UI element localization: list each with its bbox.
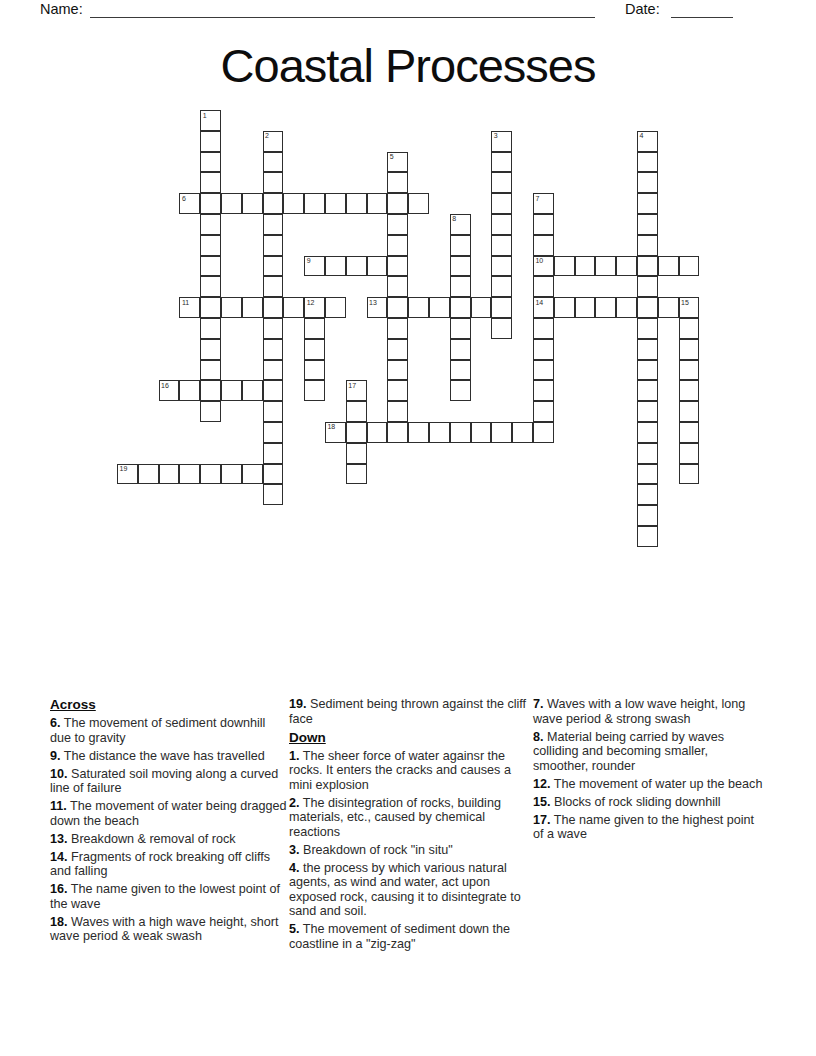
cell-r9c15[interactable] bbox=[429, 297, 450, 318]
cell-r4c7[interactable] bbox=[263, 193, 284, 214]
clue-11-across: 11. The movement of water being dragged … bbox=[50, 799, 288, 828]
cell-r13c5[interactable] bbox=[221, 380, 242, 401]
cell-number-9: 9 bbox=[307, 257, 311, 264]
cell-number-10: 10 bbox=[535, 257, 543, 264]
cell-number-1: 1 bbox=[203, 112, 207, 119]
cell-r12c9[interactable] bbox=[304, 360, 325, 381]
clue-number: 16. bbox=[50, 882, 68, 896]
clue-number: 8. bbox=[533, 730, 544, 744]
cell-r9c12[interactable]: 13 bbox=[367, 297, 388, 318]
cell-r9c5[interactable] bbox=[221, 297, 242, 318]
cell-r15c14[interactable] bbox=[408, 422, 429, 443]
puzzle-title: Coastal Processes bbox=[0, 38, 816, 93]
worksheet-page: Name: Date: Coastal Processes 1234567891… bbox=[0, 0, 816, 1056]
cell-r2c4[interactable] bbox=[200, 152, 221, 173]
cell-r8c4[interactable] bbox=[200, 276, 221, 297]
cell-number-14: 14 bbox=[535, 299, 543, 306]
cell-r7c9[interactable]: 9 bbox=[304, 256, 325, 277]
clue-16-across: 16. The name given to the lowest point o… bbox=[50, 882, 288, 911]
cell-number-12: 12 bbox=[307, 299, 315, 306]
cell-r18c25[interactable] bbox=[637, 484, 658, 505]
cell-number-18: 18 bbox=[327, 423, 335, 430]
name-label: Name: bbox=[40, 1, 83, 17]
cell-r0c4[interactable]: 1 bbox=[200, 110, 221, 131]
clue-number: 15. bbox=[533, 795, 551, 809]
cell-r15c15[interactable] bbox=[429, 422, 450, 443]
cell-r17c6[interactable] bbox=[242, 464, 263, 485]
clue-2-down: 2. The disintegration of rocks, building… bbox=[289, 796, 527, 840]
cell-r2c13[interactable]: 5 bbox=[387, 152, 408, 173]
clue-number: 14. bbox=[50, 850, 68, 864]
cell-number-16: 16 bbox=[161, 382, 169, 389]
cell-r20c25[interactable] bbox=[637, 526, 658, 547]
cell-r4c8[interactable] bbox=[283, 193, 304, 214]
cell-r9c8[interactable] bbox=[283, 297, 304, 318]
cell-number-6: 6 bbox=[182, 195, 186, 202]
cell-r10c16[interactable] bbox=[450, 318, 471, 339]
cell-number-17: 17 bbox=[348, 382, 356, 389]
cell-r14c7[interactable] bbox=[263, 401, 284, 422]
cell-r7c4[interactable] bbox=[200, 256, 221, 277]
cell-r12c4[interactable] bbox=[200, 360, 221, 381]
cell-r4c10[interactable] bbox=[325, 193, 346, 214]
cell-r7c22[interactable] bbox=[575, 256, 596, 277]
cell-r7c27[interactable] bbox=[679, 256, 700, 277]
cell-r4c5[interactable] bbox=[221, 193, 242, 214]
cell-r15c10[interactable]: 18 bbox=[325, 422, 346, 443]
clue-column-3: 7. Waves with a low wave height, long wa… bbox=[533, 697, 765, 845]
clue-number: 2. bbox=[289, 796, 300, 810]
cell-number-15: 15 bbox=[681, 299, 689, 306]
cell-r10c9[interactable] bbox=[304, 318, 325, 339]
clue-number: 19. bbox=[289, 697, 307, 711]
clue-number: 7. bbox=[533, 697, 544, 711]
clue-17-down: 17. The name given to the highest point … bbox=[533, 813, 765, 842]
cell-r4c18[interactable] bbox=[491, 193, 512, 214]
cell-r1c4[interactable] bbox=[200, 131, 221, 152]
cell-r12c25[interactable] bbox=[637, 360, 658, 381]
cell-r13c25[interactable] bbox=[637, 380, 658, 401]
cell-r10c20[interactable] bbox=[533, 318, 554, 339]
cell-r3c13[interactable] bbox=[387, 172, 408, 193]
cell-r4c13[interactable] bbox=[387, 193, 408, 214]
cell-r3c7[interactable] bbox=[263, 172, 284, 193]
cell-r2c7[interactable] bbox=[263, 152, 284, 173]
cell-r9c7[interactable] bbox=[263, 297, 284, 318]
clue-6-across: 6. The movement of sediment downhill due… bbox=[50, 716, 288, 745]
cell-r2c25[interactable] bbox=[637, 152, 658, 173]
clue-13-across: 13. Breakdown & removal of rock bbox=[50, 832, 288, 847]
cell-r9c3[interactable]: 11 bbox=[179, 297, 200, 318]
cell-r9c25[interactable] bbox=[637, 297, 658, 318]
cell-r11c9[interactable] bbox=[304, 339, 325, 360]
clue-4-down: 4. the process by which various natural … bbox=[289, 861, 527, 919]
cell-r7c7[interactable] bbox=[263, 256, 284, 277]
clue-number: 13. bbox=[50, 832, 68, 846]
cell-r15c17[interactable] bbox=[471, 422, 492, 443]
cell-r9c26[interactable] bbox=[658, 297, 679, 318]
clue-19-across: 19. Sediment being thrown against the cl… bbox=[289, 697, 527, 726]
cell-r5c16[interactable]: 8 bbox=[450, 214, 471, 235]
cell-r17c25[interactable] bbox=[637, 464, 658, 485]
cell-r8c25[interactable] bbox=[637, 276, 658, 297]
cell-r12c20[interactable] bbox=[533, 360, 554, 381]
cell-r14c20[interactable] bbox=[533, 401, 554, 422]
clue-1-down: 1. The sheer force of water againsr the … bbox=[289, 749, 527, 793]
cell-r8c13[interactable] bbox=[387, 276, 408, 297]
date-writein-line[interactable] bbox=[671, 0, 733, 18]
clue-number: 4. bbox=[289, 861, 300, 875]
clue-number: 18. bbox=[50, 915, 68, 929]
cell-r11c20[interactable] bbox=[533, 339, 554, 360]
cell-r13c2[interactable]: 16 bbox=[159, 380, 180, 401]
date-label: Date: bbox=[625, 1, 660, 17]
cell-r17c3[interactable] bbox=[179, 464, 200, 485]
clue-number: 11. bbox=[50, 799, 67, 813]
cell-r15c12[interactable] bbox=[367, 422, 388, 443]
cell-r9c14[interactable] bbox=[408, 297, 429, 318]
cell-r13c11[interactable]: 17 bbox=[346, 380, 367, 401]
cell-r15c19[interactable] bbox=[512, 422, 533, 443]
clue-number: 3. bbox=[289, 843, 300, 857]
cell-r9c6[interactable] bbox=[242, 297, 263, 318]
cell-r1c25[interactable]: 4 bbox=[637, 131, 658, 152]
cell-r3c25[interactable] bbox=[637, 172, 658, 193]
cell-number-13: 13 bbox=[369, 299, 377, 306]
cell-r17c11[interactable] bbox=[346, 464, 367, 485]
cell-r16c11[interactable] bbox=[346, 443, 367, 464]
cell-r10c25[interactable] bbox=[637, 318, 658, 339]
clue-column-2: 19. Sediment being thrown against the cl… bbox=[289, 697, 527, 955]
cell-r15c20[interactable] bbox=[533, 422, 554, 443]
clue-12-down: 12. The movement of water up the beach bbox=[533, 777, 765, 792]
cell-r5c13[interactable] bbox=[387, 214, 408, 235]
cell-r11c27[interactable] bbox=[679, 339, 700, 360]
cell-r9c9[interactable]: 12 bbox=[304, 297, 325, 318]
cell-r18c7[interactable] bbox=[263, 484, 284, 505]
cell-r7c18[interactable] bbox=[491, 256, 512, 277]
cell-r7c10[interactable] bbox=[325, 256, 346, 277]
cell-r4c9[interactable] bbox=[304, 193, 325, 214]
cell-r13c3[interactable] bbox=[179, 380, 200, 401]
cell-r13c27[interactable] bbox=[679, 380, 700, 401]
cell-r8c18[interactable] bbox=[491, 276, 512, 297]
cell-r4c12[interactable] bbox=[367, 193, 388, 214]
cell-r7c11[interactable] bbox=[346, 256, 367, 277]
cell-number-5: 5 bbox=[390, 153, 394, 160]
clue-number: 1. bbox=[289, 749, 300, 763]
clue-18-across: 18. Waves with a high wave height, short… bbox=[50, 915, 288, 944]
cell-r13c7[interactable] bbox=[263, 380, 284, 401]
cell-r11c4[interactable] bbox=[200, 339, 221, 360]
cell-r7c20[interactable]: 10 bbox=[533, 256, 554, 277]
cell-r3c18[interactable] bbox=[491, 172, 512, 193]
cell-r14c4[interactable] bbox=[200, 401, 221, 422]
cell-r14c13[interactable] bbox=[387, 401, 408, 422]
cell-r1c18[interactable]: 3 bbox=[491, 131, 512, 152]
clue-14-across: 14. Fragments of rock breaking off cliff… bbox=[50, 850, 288, 879]
cell-r19c25[interactable] bbox=[637, 505, 658, 526]
cell-r5c25[interactable] bbox=[637, 214, 658, 235]
cell-r4c14[interactable] bbox=[408, 193, 429, 214]
clue-number: 9. bbox=[50, 749, 61, 763]
cell-r3c4[interactable] bbox=[200, 172, 221, 193]
clue-number: 6. bbox=[50, 716, 61, 730]
cell-r13c4[interactable] bbox=[200, 380, 221, 401]
cell-r5c7[interactable] bbox=[263, 214, 284, 235]
across-heading: Across bbox=[50, 697, 288, 712]
cell-r9c16[interactable] bbox=[450, 297, 471, 318]
cell-number-2: 2 bbox=[265, 132, 269, 139]
cell-r17c4[interactable] bbox=[200, 464, 221, 485]
cell-r4c11[interactable] bbox=[346, 193, 367, 214]
cell-r9c4[interactable] bbox=[200, 297, 221, 318]
cell-r4c4[interactable] bbox=[200, 193, 221, 214]
cell-r9c17[interactable] bbox=[471, 297, 492, 318]
clue-15-down: 15. Blocks of rock sliding downhill bbox=[533, 795, 765, 810]
cell-r9c21[interactable] bbox=[554, 297, 575, 318]
cell-r5c4[interactable] bbox=[200, 214, 221, 235]
cell-r7c12[interactable] bbox=[367, 256, 388, 277]
cell-r11c25[interactable] bbox=[637, 339, 658, 360]
cell-r9c23[interactable] bbox=[595, 297, 616, 318]
clue-number: 12. bbox=[533, 777, 551, 791]
cell-r7c16[interactable] bbox=[450, 256, 471, 277]
cell-r14c25[interactable] bbox=[637, 401, 658, 422]
cell-r16c25[interactable] bbox=[637, 443, 658, 464]
cell-r7c23[interactable] bbox=[595, 256, 616, 277]
name-writein-line[interactable] bbox=[90, 0, 595, 18]
cell-r10c4[interactable] bbox=[200, 318, 221, 339]
clue-number: 5. bbox=[289, 922, 300, 936]
cell-r15c27[interactable] bbox=[679, 422, 700, 443]
clue-10-across: 10. Saturated soil moving along a curved… bbox=[50, 767, 288, 796]
cell-r17c7[interactable] bbox=[263, 464, 284, 485]
cell-r7c21[interactable] bbox=[554, 256, 575, 277]
cell-r8c16[interactable] bbox=[450, 276, 471, 297]
cell-r6c7[interactable] bbox=[263, 235, 284, 256]
clue-column-1: Across6. The movement of sediment downhi… bbox=[50, 697, 288, 947]
cell-r12c7[interactable] bbox=[263, 360, 284, 381]
cell-r6c16[interactable] bbox=[450, 235, 471, 256]
cell-r13c20[interactable] bbox=[533, 380, 554, 401]
down-heading: Down bbox=[289, 730, 527, 745]
crossword-grid: 12345678910111213141516171819 bbox=[117, 110, 699, 547]
clue-7-down: 7. Waves with a low wave height, long wa… bbox=[533, 697, 765, 726]
cell-r4c3[interactable]: 6 bbox=[179, 193, 200, 214]
cell-r4c25[interactable] bbox=[637, 193, 658, 214]
cell-r5c18[interactable] bbox=[491, 214, 512, 235]
cell-r7c26[interactable] bbox=[658, 256, 679, 277]
cell-r15c11[interactable] bbox=[346, 422, 367, 443]
cell-r9c27[interactable]: 15 bbox=[679, 297, 700, 318]
cell-number-4: 4 bbox=[639, 132, 643, 139]
cell-r13c6[interactable] bbox=[242, 380, 263, 401]
cell-number-7: 7 bbox=[535, 195, 539, 202]
cell-r13c9[interactable] bbox=[304, 380, 325, 401]
cell-r17c27[interactable] bbox=[679, 464, 700, 485]
cell-number-3: 3 bbox=[494, 132, 498, 139]
cell-number-11: 11 bbox=[182, 299, 189, 306]
cell-r15c16[interactable] bbox=[450, 422, 471, 443]
cell-r11c13[interactable] bbox=[387, 339, 408, 360]
cell-r6c13[interactable] bbox=[387, 235, 408, 256]
cell-r10c18[interactable] bbox=[491, 318, 512, 339]
cell-r14c27[interactable] bbox=[679, 401, 700, 422]
cell-r16c27[interactable] bbox=[679, 443, 700, 464]
cell-r17c5[interactable] bbox=[221, 464, 242, 485]
cell-r4c20[interactable]: 7 bbox=[533, 193, 554, 214]
cell-r17c1[interactable] bbox=[138, 464, 159, 485]
cell-r12c27[interactable] bbox=[679, 360, 700, 381]
cell-r11c16[interactable] bbox=[450, 339, 471, 360]
cell-r8c7[interactable] bbox=[263, 276, 284, 297]
cell-r12c13[interactable] bbox=[387, 360, 408, 381]
clue-9-across: 9. The distance the wave has travelled bbox=[50, 749, 288, 764]
cell-r4c6[interactable] bbox=[242, 193, 263, 214]
cell-r9c24[interactable] bbox=[616, 297, 637, 318]
cell-r15c25[interactable] bbox=[637, 422, 658, 443]
cell-r6c20[interactable] bbox=[533, 235, 554, 256]
cell-r15c7[interactable] bbox=[263, 422, 284, 443]
cell-r6c4[interactable] bbox=[200, 235, 221, 256]
cell-r13c13[interactable] bbox=[387, 380, 408, 401]
cell-r6c25[interactable] bbox=[637, 235, 658, 256]
cell-r7c13[interactable] bbox=[387, 256, 408, 277]
cell-r15c18[interactable] bbox=[491, 422, 512, 443]
cell-r1c7[interactable]: 2 bbox=[263, 131, 284, 152]
cell-r8c20[interactable] bbox=[533, 276, 554, 297]
clue-number: 10. bbox=[50, 767, 68, 781]
cell-r12c16[interactable] bbox=[450, 360, 471, 381]
cell-r5c20[interactable] bbox=[533, 214, 554, 235]
clue-3-down: 3. Breakdown of rock "in situ" bbox=[289, 843, 527, 858]
cell-r17c2[interactable] bbox=[159, 464, 180, 485]
cell-r16c7[interactable] bbox=[263, 443, 284, 464]
cell-r9c13[interactable] bbox=[387, 297, 408, 318]
cell-r10c27[interactable] bbox=[679, 318, 700, 339]
cell-r9c22[interactable] bbox=[575, 297, 596, 318]
cell-r2c18[interactable] bbox=[491, 152, 512, 173]
cell-r7c24[interactable] bbox=[616, 256, 637, 277]
cell-number-8: 8 bbox=[452, 215, 456, 222]
cell-r9c18[interactable] bbox=[491, 297, 512, 318]
cell-r10c7[interactable] bbox=[263, 318, 284, 339]
cell-r6c18[interactable] bbox=[491, 235, 512, 256]
cell-r15c13[interactable] bbox=[387, 422, 408, 443]
clue-5-down: 5. The movement of sediment down the coa… bbox=[289, 922, 527, 951]
cell-r13c16[interactable] bbox=[450, 380, 471, 401]
clue-number: 17. bbox=[533, 813, 551, 827]
cell-r7c25[interactable] bbox=[637, 256, 658, 277]
cell-r10c13[interactable] bbox=[387, 318, 408, 339]
cell-number-19: 19 bbox=[120, 465, 128, 472]
cell-r11c7[interactable] bbox=[263, 339, 284, 360]
cell-r9c20[interactable]: 14 bbox=[533, 297, 554, 318]
clue-8-down: 8. Material being carried by waves colli… bbox=[533, 730, 765, 774]
cell-r9c10[interactable] bbox=[325, 297, 346, 318]
cell-r14c11[interactable] bbox=[346, 401, 367, 422]
cell-r17c0[interactable]: 19 bbox=[117, 464, 138, 485]
